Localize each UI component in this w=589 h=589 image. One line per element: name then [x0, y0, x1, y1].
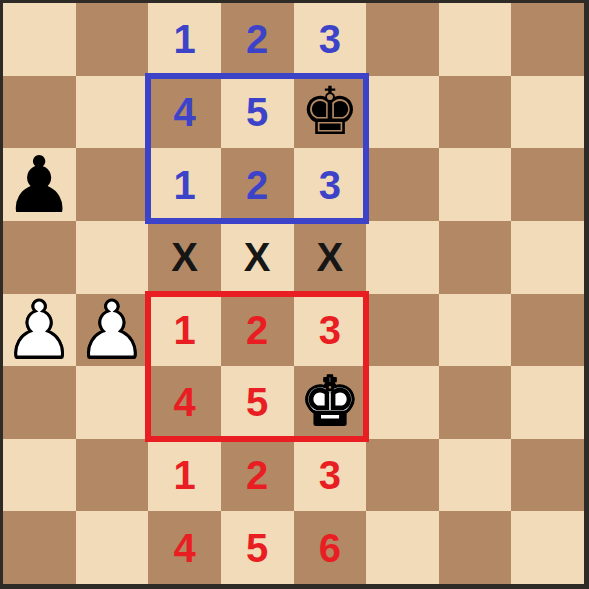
square-f4[interactable] — [366, 294, 439, 367]
square-g2[interactable] — [439, 439, 512, 512]
square-d2[interactable]: 2 — [221, 439, 294, 512]
annotation-c6: 1 — [173, 165, 195, 205]
square-b7[interactable] — [76, 76, 149, 149]
white-pawn[interactable]: ♟ — [3, 294, 76, 367]
square-h1[interactable] — [511, 511, 584, 584]
square-e2[interactable]: 3 — [294, 439, 367, 512]
annotation-d8: 2 — [246, 19, 268, 59]
square-c2[interactable]: 1 — [148, 439, 221, 512]
annotation-c4: 1 — [173, 310, 195, 350]
square-b2[interactable] — [76, 439, 149, 512]
square-f1[interactable] — [366, 511, 439, 584]
square-h6[interactable] — [511, 148, 584, 221]
square-b5[interactable] — [76, 221, 149, 294]
square-h5[interactable] — [511, 221, 584, 294]
square-c8[interactable]: 1 — [148, 3, 221, 76]
square-b1[interactable] — [76, 511, 149, 584]
square-f8[interactable] — [366, 3, 439, 76]
square-f3[interactable] — [366, 366, 439, 439]
square-d6[interactable]: 2 — [221, 148, 294, 221]
square-g5[interactable] — [439, 221, 512, 294]
annotation-c1: 4 — [173, 528, 195, 568]
square-g4[interactable] — [439, 294, 512, 367]
square-b4[interactable]: ♟ — [76, 294, 149, 367]
black-pawn[interactable]: ♟ — [3, 148, 76, 221]
annotation-c8: 1 — [173, 19, 195, 59]
chess-board: 12345♚♟123XXX♟♟12345♚123456 — [3, 3, 584, 584]
square-c1[interactable]: 4 — [148, 511, 221, 584]
annotation-e2: 3 — [319, 455, 341, 495]
annotation-c5: X — [171, 237, 198, 277]
square-a2[interactable] — [3, 439, 76, 512]
square-e4[interactable]: 3 — [294, 294, 367, 367]
square-d8[interactable]: 2 — [221, 3, 294, 76]
square-d1[interactable]: 5 — [221, 511, 294, 584]
annotation-d1: 5 — [246, 528, 268, 568]
square-d5[interactable]: X — [221, 221, 294, 294]
square-d7[interactable]: 5 — [221, 76, 294, 149]
square-b3[interactable] — [76, 366, 149, 439]
black-king[interactable]: ♚ — [294, 76, 367, 149]
annotation-d6: 2 — [246, 165, 268, 205]
square-c3[interactable]: 4 — [148, 366, 221, 439]
annotation-d5: X — [244, 237, 271, 277]
square-g8[interactable] — [439, 3, 512, 76]
square-g6[interactable] — [439, 148, 512, 221]
annotation-e5: X — [316, 237, 343, 277]
square-g7[interactable] — [439, 76, 512, 149]
square-e8[interactable]: 3 — [294, 3, 367, 76]
square-g3[interactable] — [439, 366, 512, 439]
square-h3[interactable] — [511, 366, 584, 439]
annotation-e1: 6 — [319, 528, 341, 568]
square-a6[interactable]: ♟ — [3, 148, 76, 221]
square-c5[interactable]: X — [148, 221, 221, 294]
square-f6[interactable] — [366, 148, 439, 221]
square-h4[interactable] — [511, 294, 584, 367]
square-a5[interactable] — [3, 221, 76, 294]
annotation-e6: 3 — [319, 165, 341, 205]
annotation-c7: 4 — [173, 92, 195, 132]
square-b8[interactable] — [76, 3, 149, 76]
chessboard-frame: 12345♚♟123XXX♟♟12345♚123456 — [0, 0, 589, 589]
square-h8[interactable] — [511, 3, 584, 76]
square-e3[interactable]: ♚ — [294, 366, 367, 439]
square-a4[interactable]: ♟ — [3, 294, 76, 367]
annotation-d4: 2 — [246, 310, 268, 350]
square-d3[interactable]: 5 — [221, 366, 294, 439]
square-e7[interactable]: ♚ — [294, 76, 367, 149]
square-g1[interactable] — [439, 511, 512, 584]
square-a8[interactable] — [3, 3, 76, 76]
annotation-c3: 4 — [173, 382, 195, 422]
square-e1[interactable]: 6 — [294, 511, 367, 584]
square-a3[interactable] — [3, 366, 76, 439]
white-pawn[interactable]: ♟ — [76, 294, 149, 367]
square-h7[interactable] — [511, 76, 584, 149]
annotation-d3: 5 — [246, 382, 268, 422]
annotation-d2: 2 — [246, 455, 268, 495]
square-e5[interactable]: X — [294, 221, 367, 294]
square-e6[interactable]: 3 — [294, 148, 367, 221]
square-c6[interactable]: 1 — [148, 148, 221, 221]
annotation-e8: 3 — [319, 19, 341, 59]
square-f5[interactable] — [366, 221, 439, 294]
square-h2[interactable] — [511, 439, 584, 512]
square-c7[interactable]: 4 — [148, 76, 221, 149]
white-king[interactable]: ♚ — [294, 366, 367, 439]
square-f2[interactable] — [366, 439, 439, 512]
square-c4[interactable]: 1 — [148, 294, 221, 367]
annotation-c2: 1 — [173, 455, 195, 495]
square-b6[interactable] — [76, 148, 149, 221]
square-d4[interactable]: 2 — [221, 294, 294, 367]
square-a7[interactable] — [3, 76, 76, 149]
square-f7[interactable] — [366, 76, 439, 149]
annotation-d7: 5 — [246, 92, 268, 132]
square-a1[interactable] — [3, 511, 76, 584]
annotation-e4: 3 — [319, 310, 341, 350]
